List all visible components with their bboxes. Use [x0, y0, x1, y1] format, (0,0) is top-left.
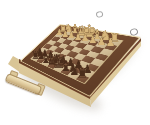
clasp-ring-icon	[95, 11, 103, 18]
chess-set-photo: ♜♞♝♛♚♝♞♜♟♟♟♟♟♟♟♟♟♟♟♟♟♟♟♟♜♞♝♛♚♝♞♜	[0, 0, 150, 125]
clasp-ring-icon	[129, 28, 139, 37]
